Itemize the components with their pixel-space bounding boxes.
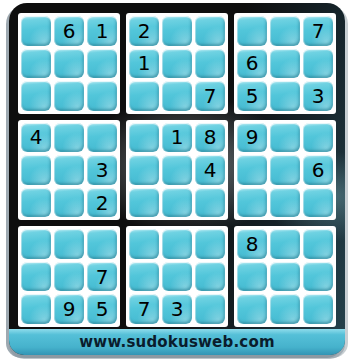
sudoku-cell-r3c1[interactable]: [21, 81, 51, 111]
sudoku-box-6: 96: [234, 120, 336, 221]
sudoku-cell-r6c8[interactable]: [270, 188, 300, 218]
sudoku-cell-r3c3[interactable]: [87, 81, 117, 111]
sudoku-cell-r7c7[interactable]: 8: [237, 229, 267, 259]
sudoku-cell-r4c1[interactable]: 4: [21, 123, 51, 153]
sudoku-board: 61 217 7653 432 184 96 795 73 8 www.sudo…: [9, 3, 345, 355]
sudoku-cell-r4c8[interactable]: [270, 123, 300, 153]
sudoku-cell-r6c7[interactable]: [237, 188, 267, 218]
sudoku-cell-r4c5[interactable]: 1: [162, 123, 192, 153]
sudoku-cell-r4c4[interactable]: [129, 123, 159, 153]
sudoku-box-1: 61: [18, 13, 120, 114]
sudoku-cell-r1c2[interactable]: 6: [54, 16, 84, 46]
sudoku-cell-r2c3[interactable]: [87, 49, 117, 79]
sudoku-grid: 61 217 7653 432 184 96 795 73 8: [9, 3, 345, 329]
sudoku-cell-r9c6[interactable]: [195, 294, 225, 324]
sudoku-cell-r1c7[interactable]: [237, 16, 267, 46]
sudoku-cell-r4c3[interactable]: [87, 123, 117, 153]
sudoku-cell-r5c3[interactable]: 3: [87, 155, 117, 185]
sudoku-cell-r2c5[interactable]: [162, 49, 192, 79]
sudoku-cell-r7c8[interactable]: [270, 229, 300, 259]
sudoku-cell-r2c9[interactable]: [303, 49, 333, 79]
sudoku-cell-r5c2[interactable]: [54, 155, 84, 185]
sudoku-box-7: 795: [18, 226, 120, 327]
sudoku-cell-r3c8[interactable]: [270, 81, 300, 111]
sudoku-cell-r5c6[interactable]: 4: [195, 155, 225, 185]
page: 61 217 7653 432 184 96 795 73 8 www.sudo…: [0, 0, 350, 360]
sudoku-box-5: 184: [126, 120, 228, 221]
sudoku-cell-r5c1[interactable]: [21, 155, 51, 185]
sudoku-cell-r7c6[interactable]: [195, 229, 225, 259]
sudoku-cell-r9c7[interactable]: [237, 294, 267, 324]
sudoku-cell-r7c4[interactable]: [129, 229, 159, 259]
sudoku-cell-r6c1[interactable]: [21, 188, 51, 218]
sudoku-box-3: 7653: [234, 13, 336, 114]
sudoku-cell-r5c7[interactable]: [237, 155, 267, 185]
sudoku-cell-r8c8[interactable]: [270, 262, 300, 292]
sudoku-cell-r7c2[interactable]: [54, 229, 84, 259]
sudoku-cell-r5c5[interactable]: [162, 155, 192, 185]
sudoku-cell-r3c5[interactable]: [162, 81, 192, 111]
sudoku-cell-r5c9[interactable]: 6: [303, 155, 333, 185]
sudoku-box-4: 432: [18, 120, 120, 221]
sudoku-cell-r2c6[interactable]: [195, 49, 225, 79]
sudoku-cell-r1c6[interactable]: [195, 16, 225, 46]
sudoku-cell-r2c4[interactable]: 1: [129, 49, 159, 79]
sudoku-cell-r9c9[interactable]: [303, 294, 333, 324]
sudoku-cell-r1c9[interactable]: 7: [303, 16, 333, 46]
sudoku-cell-r8c7[interactable]: [237, 262, 267, 292]
sudoku-cell-r8c9[interactable]: [303, 262, 333, 292]
sudoku-cell-r2c2[interactable]: [54, 49, 84, 79]
sudoku-cell-r8c2[interactable]: [54, 262, 84, 292]
sudoku-cell-r7c3[interactable]: [87, 229, 117, 259]
sudoku-cell-r8c1[interactable]: [21, 262, 51, 292]
sudoku-cell-r1c4[interactable]: 2: [129, 16, 159, 46]
sudoku-box-8: 73: [126, 226, 228, 327]
sudoku-cell-r8c4[interactable]: [129, 262, 159, 292]
site-link[interactable]: www.sudokusweb.com: [79, 333, 274, 351]
footer-bar: www.sudokusweb.com: [9, 329, 345, 355]
sudoku-cell-r7c1[interactable]: [21, 229, 51, 259]
sudoku-cell-r9c8[interactable]: [270, 294, 300, 324]
sudoku-box-9: 8: [234, 226, 336, 327]
sudoku-cell-r6c5[interactable]: [162, 188, 192, 218]
sudoku-cell-r2c8[interactable]: [270, 49, 300, 79]
sudoku-cell-r5c4[interactable]: [129, 155, 159, 185]
sudoku-cell-r1c3[interactable]: 1: [87, 16, 117, 46]
sudoku-cell-r3c4[interactable]: [129, 81, 159, 111]
sudoku-cell-r9c1[interactable]: [21, 294, 51, 324]
sudoku-cell-r6c9[interactable]: [303, 188, 333, 218]
sudoku-cell-r7c9[interactable]: [303, 229, 333, 259]
sudoku-cell-r7c5[interactable]: [162, 229, 192, 259]
sudoku-cell-r9c2[interactable]: 9: [54, 294, 84, 324]
sudoku-cell-r5c8[interactable]: [270, 155, 300, 185]
sudoku-cell-r8c6[interactable]: [195, 262, 225, 292]
sudoku-box-2: 217: [126, 13, 228, 114]
sudoku-cell-r6c3[interactable]: 2: [87, 188, 117, 218]
sudoku-cell-r3c6[interactable]: 7: [195, 81, 225, 111]
sudoku-cell-r8c5[interactable]: [162, 262, 192, 292]
sudoku-cell-r3c7[interactable]: 5: [237, 81, 267, 111]
sudoku-cell-r9c4[interactable]: 7: [129, 294, 159, 324]
sudoku-cell-r1c8[interactable]: [270, 16, 300, 46]
sudoku-cell-r4c2[interactable]: [54, 123, 84, 153]
sudoku-cell-r1c5[interactable]: [162, 16, 192, 46]
sudoku-cell-r2c1[interactable]: [21, 49, 51, 79]
sudoku-cell-r1c1[interactable]: [21, 16, 51, 46]
sudoku-cell-r9c3[interactable]: 5: [87, 294, 117, 324]
sudoku-cell-r6c6[interactable]: [195, 188, 225, 218]
sudoku-cell-r9c5[interactable]: 3: [162, 294, 192, 324]
sudoku-cell-r8c3[interactable]: 7: [87, 262, 117, 292]
sudoku-cell-r3c2[interactable]: [54, 81, 84, 111]
sudoku-cell-r2c7[interactable]: 6: [237, 49, 267, 79]
sudoku-cell-r4c9[interactable]: [303, 123, 333, 153]
sudoku-cell-r4c6[interactable]: 8: [195, 123, 225, 153]
sudoku-cell-r3c9[interactable]: 3: [303, 81, 333, 111]
sudoku-cell-r6c2[interactable]: [54, 188, 84, 218]
sudoku-cell-r4c7[interactable]: 9: [237, 123, 267, 153]
sudoku-cell-r6c4[interactable]: [129, 188, 159, 218]
